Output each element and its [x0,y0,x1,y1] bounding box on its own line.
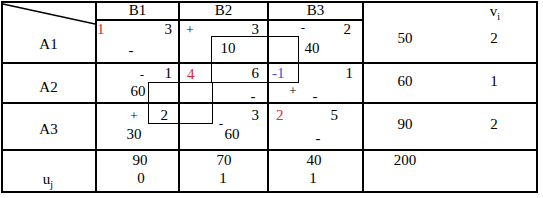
cell-a2b3-cost: 1 [311,66,353,80]
cell-a1b1-empty-mark: - [124,43,138,57]
grid-vline-b3-supply [362,1,364,192]
cell-a3b3-empty-mark: - [311,131,325,145]
cell-a3b3-evaluation: 2 [276,108,290,122]
corner-diagonal-line [0,0,100,28]
cell-a2b2-cost: 6 [217,66,259,80]
uj-header: uj [30,172,66,190]
cell-a3b2-allocation: 60 [220,127,244,141]
cell-a3b1-allocation: 30 [122,127,146,141]
uj-b2: 1 [211,171,235,185]
grid-hline-a2-a3 [1,102,538,104]
vi-sub: i [497,11,500,22]
transportation-tableau: B1 B2 B3 vi A1 A2 A3 uj 1 3 - + 3 10 - 2… [0,0,543,198]
demand-b2: 70 [212,153,236,167]
demand-b1: 90 [128,153,152,167]
uj-sub: j [50,179,53,190]
grid-vline-b2-b3 [267,1,269,192]
cell-a1b2-allocation: 10 [216,41,240,55]
cell-a1b2-cost: 3 [217,22,259,36]
supply-a1: 50 [393,31,417,45]
row-header-a1: A1 [1,37,96,51]
table-outer-border [1,1,538,193]
row-header-a3: A3 [1,122,96,136]
vi-a2: 1 [482,74,506,88]
vi-a3: 2 [482,117,506,131]
vi-a1: 2 [482,31,506,45]
cell-a2b1-allocation: 60 [126,84,150,98]
row-header-a2: A2 [1,80,96,94]
uj-b1: 0 [129,171,153,185]
col-header-b2: B2 [179,3,268,17]
cell-a1b3-allocation: 40 [300,41,324,55]
cell-a1b3-loop-sign: - [296,21,310,35]
cell-a2b2-evaluation: 4 [187,67,201,81]
demand-b3: 40 [302,153,326,167]
cell-a3b1-cost: 2 [126,108,168,122]
cell-a1b1-cost: 3 [130,22,172,36]
vi-header: vi [482,4,508,22]
cell-a3b2-cost: 3 [217,108,259,122]
cell-a1b3-cost: 2 [309,22,351,36]
grid-hline-a3-demand [1,149,538,151]
supply-a2: 60 [393,74,417,88]
cell-a2b3-loop-sign: + [286,84,300,98]
cell-a2b2-empty-mark: - [246,89,260,103]
cell-a2b3-empty-mark: - [308,89,322,103]
cell-a1b2-loop-sign: + [183,23,197,37]
demand-total: 200 [385,153,425,167]
grid-hline-header [96,19,363,21]
cell-a2b3-evaluation: -1 [272,66,292,80]
uj-b3: 1 [301,171,325,185]
col-header-b3: B3 [268,3,363,17]
cell-a1b1-evaluation: 1 [97,22,111,36]
supply-a3: 90 [393,117,417,131]
cell-a2b1-cost: 1 [130,66,172,80]
col-header-b1: B1 [96,3,179,17]
cell-a3b3-cost: 5 [296,108,338,122]
